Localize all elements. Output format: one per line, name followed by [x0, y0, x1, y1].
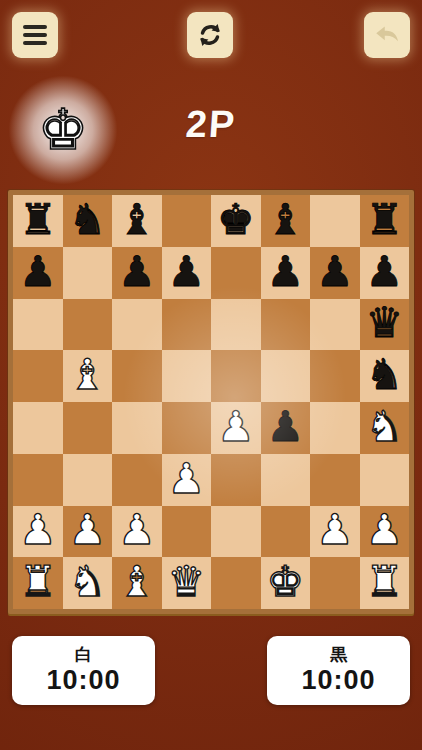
square-c1[interactable]: ♝ [112, 557, 162, 609]
white-clock-time: 10:00 [46, 666, 120, 696]
square-c3[interactable] [112, 454, 162, 506]
square-a3[interactable] [13, 454, 63, 506]
menu-button[interactable] [12, 12, 58, 58]
white-clock-label: 白 [75, 646, 92, 665]
square-e1[interactable] [211, 557, 261, 609]
square-c2[interactable]: ♟ [112, 506, 162, 558]
square-f7[interactable]: ♟ [261, 247, 311, 299]
square-e3[interactable] [211, 454, 261, 506]
piece-white-bishop: ♝ [68, 354, 106, 396]
piece-white-king: ♚ [266, 561, 304, 603]
square-h5[interactable]: ♞ [360, 350, 410, 402]
square-g3[interactable] [310, 454, 360, 506]
square-f8[interactable]: ♝ [261, 195, 311, 247]
undo-arrow-icon [372, 20, 402, 50]
piece-white-pawn: ♟ [365, 509, 403, 551]
square-e5[interactable] [211, 350, 261, 402]
square-f2[interactable] [261, 506, 311, 558]
piece-black-pawn: ♟ [19, 251, 57, 293]
white-clock-button[interactable]: 白 10:00 [12, 636, 155, 705]
square-e2[interactable] [211, 506, 261, 558]
piece-black-bishop: ♝ [118, 199, 156, 241]
piece-black-knight: ♞ [365, 354, 403, 396]
piece-black-pawn: ♟ [266, 251, 304, 293]
piece-black-pawn: ♟ [266, 406, 304, 448]
square-a5[interactable] [13, 350, 63, 402]
square-h1[interactable]: ♜ [360, 557, 410, 609]
square-f4[interactable]: ♟ [261, 402, 311, 454]
square-g5[interactable] [310, 350, 360, 402]
piece-white-pawn: ♟ [167, 458, 205, 500]
square-e7[interactable] [211, 247, 261, 299]
square-e6[interactable] [211, 299, 261, 351]
piece-white-pawn: ♟ [19, 509, 57, 551]
square-c6[interactable] [112, 299, 162, 351]
square-d1[interactable]: ♛ [162, 557, 212, 609]
square-d5[interactable] [162, 350, 212, 402]
piece-white-bishop: ♝ [118, 561, 156, 603]
mode-label: 2P [0, 103, 422, 146]
piece-black-pawn: ♟ [365, 251, 403, 293]
refresh-button[interactable] [187, 12, 233, 58]
square-c8[interactable]: ♝ [112, 195, 162, 247]
board-grid: ♜♞♝♚♝♜♟♟♟♟♟♟♛♝♞♟♟♞♟♟♟♟♟♟♜♞♝♛♚♜ [13, 195, 409, 609]
piece-white-queen: ♛ [167, 561, 205, 603]
square-d3[interactable]: ♟ [162, 454, 212, 506]
square-f1[interactable]: ♚ [261, 557, 311, 609]
square-f6[interactable] [261, 299, 311, 351]
square-a2[interactable]: ♟ [13, 506, 63, 558]
square-h4[interactable]: ♞ [360, 402, 410, 454]
square-c7[interactable]: ♟ [112, 247, 162, 299]
piece-black-rook: ♜ [365, 199, 403, 241]
square-h7[interactable]: ♟ [360, 247, 410, 299]
square-f3[interactable] [261, 454, 311, 506]
piece-white-knight: ♞ [68, 561, 106, 603]
square-h6[interactable]: ♛ [360, 299, 410, 351]
square-b7[interactable] [63, 247, 113, 299]
square-a7[interactable]: ♟ [13, 247, 63, 299]
piece-black-knight: ♞ [68, 199, 106, 241]
square-c4[interactable] [112, 402, 162, 454]
piece-white-knight: ♞ [365, 406, 403, 448]
piece-black-rook: ♜ [19, 199, 57, 241]
square-c5[interactable] [112, 350, 162, 402]
square-f5[interactable] [261, 350, 311, 402]
square-d6[interactable] [162, 299, 212, 351]
square-b3[interactable] [63, 454, 113, 506]
square-g2[interactable]: ♟ [310, 506, 360, 558]
square-h8[interactable]: ♜ [360, 195, 410, 247]
piece-white-rook: ♜ [19, 561, 57, 603]
piece-black-pawn: ♟ [118, 251, 156, 293]
square-d4[interactable] [162, 402, 212, 454]
piece-black-king: ♚ [217, 199, 255, 241]
piece-black-bishop: ♝ [266, 199, 304, 241]
refresh-icon [196, 21, 224, 49]
square-b4[interactable] [63, 402, 113, 454]
square-e4[interactable]: ♟ [211, 402, 261, 454]
piece-white-pawn: ♟ [316, 509, 354, 551]
hamburger-icon [23, 25, 47, 45]
square-a8[interactable]: ♜ [13, 195, 63, 247]
square-g7[interactable]: ♟ [310, 247, 360, 299]
square-b8[interactable]: ♞ [63, 195, 113, 247]
piece-white-rook: ♜ [365, 561, 403, 603]
square-a4[interactable] [13, 402, 63, 454]
piece-black-queen: ♛ [365, 302, 403, 344]
square-b5[interactable]: ♝ [63, 350, 113, 402]
piece-black-pawn: ♟ [316, 251, 354, 293]
piece-white-pawn: ♟ [217, 406, 255, 448]
piece-white-pawn: ♟ [118, 509, 156, 551]
chess-board: ♜♞♝♚♝♜♟♟♟♟♟♟♛♝♞♟♟♞♟♟♟♟♟♟♜♞♝♛♚♜ [8, 190, 414, 614]
square-b1[interactable]: ♞ [63, 557, 113, 609]
square-g4[interactable] [310, 402, 360, 454]
black-clock-time: 10:00 [301, 666, 375, 696]
black-clock-button[interactable]: 黒 10:00 [267, 636, 410, 705]
square-a1[interactable]: ♜ [13, 557, 63, 609]
square-g8[interactable] [310, 195, 360, 247]
square-h2[interactable]: ♟ [360, 506, 410, 558]
square-e8[interactable]: ♚ [211, 195, 261, 247]
piece-white-pawn: ♟ [68, 509, 106, 551]
square-g1[interactable] [310, 557, 360, 609]
square-d8[interactable] [162, 195, 212, 247]
square-h3[interactable] [360, 454, 410, 506]
square-d7[interactable]: ♟ [162, 247, 212, 299]
piece-black-pawn: ♟ [167, 251, 205, 293]
app-screen: ♚ 2P ♜♞♝♚♝♜♟♟♟♟♟♟♛♝♞♟♟♞♟♟♟♟♟♟♜♞♝♛♚♜ 白 10… [0, 0, 422, 750]
black-clock-label: 黒 [330, 646, 347, 665]
square-d2[interactable] [162, 506, 212, 558]
square-b6[interactable] [63, 299, 113, 351]
square-a6[interactable] [13, 299, 63, 351]
square-g6[interactable] [310, 299, 360, 351]
square-b2[interactable]: ♟ [63, 506, 113, 558]
undo-button[interactable] [364, 12, 410, 58]
